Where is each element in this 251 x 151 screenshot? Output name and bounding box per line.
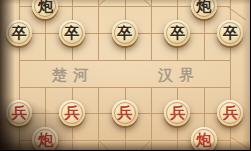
piece-red-cannon[interactable]: 炮 [32, 127, 58, 150]
piece-red-cannon[interactable]: 炮 [191, 127, 217, 150]
black-soldier-glyph: 卒 [223, 26, 238, 41]
piece-black-soldier[interactable]: 卒 [6, 20, 32, 46]
board-corner-mark [228, 7, 246, 20]
black-cannon-glyph: 炮 [196, 0, 211, 14]
red-soldier-glyph: 兵 [223, 106, 238, 121]
piece-red-soldier[interactable]: 兵 [217, 100, 243, 126]
red-soldier-glyph: 兵 [64, 106, 79, 121]
red-cannon-glyph: 炮 [38, 133, 53, 148]
red-soldier-glyph: 兵 [117, 106, 132, 121]
river-label-han-jie: 汉界 [158, 66, 200, 85]
piece-red-soldier[interactable]: 兵 [59, 100, 85, 126]
piece-black-soldier[interactable]: 卒 [59, 20, 85, 46]
red-soldier-glyph: 兵 [170, 106, 185, 121]
piece-red-soldier[interactable]: 兵 [6, 100, 32, 126]
black-cannon-glyph: 炮 [38, 0, 53, 14]
xiangqi-board[interactable]: 楚河 汉界 炮炮卒卒卒卒卒兵兵兵兵兵炮炮 [0, 0, 250, 150]
red-palace-diagonal [141, 140, 151, 150]
black-soldier-glyph: 卒 [12, 26, 27, 41]
river-label-chu-he: 楚河 [52, 66, 94, 85]
black-palace-diagonal [144, 0, 151, 6]
red-cannon-glyph: 炮 [196, 133, 211, 148]
board-corner-mark [232, 138, 251, 151]
piece-red-soldier[interactable]: 兵 [112, 100, 138, 126]
black-soldier-glyph: 卒 [117, 26, 132, 41]
red-palace-diagonal [98, 140, 108, 150]
piece-black-soldier[interactable]: 卒 [112, 20, 138, 46]
black-soldier-glyph: 卒 [170, 26, 185, 41]
black-soldier-glyph: 卒 [64, 26, 79, 41]
red-soldier-glyph: 兵 [12, 106, 27, 121]
black-palace-diagonal [98, 0, 105, 6]
piece-black-soldier[interactable]: 卒 [217, 20, 243, 46]
